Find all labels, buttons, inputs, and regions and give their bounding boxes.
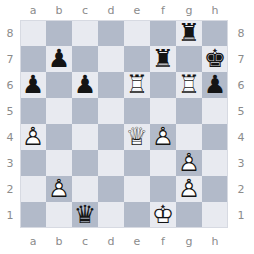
file-label-top-h: h bbox=[202, 0, 228, 20]
rank-label-left-6: 6 bbox=[0, 72, 20, 98]
black-pawn[interactable]: ♟ bbox=[22, 72, 44, 98]
rank-label-right-5: 5 bbox=[228, 98, 254, 124]
white-rook[interactable]: ♖ bbox=[178, 72, 200, 98]
rank-label-left-1: 1 bbox=[0, 202, 20, 228]
square-b8[interactable] bbox=[46, 20, 72, 46]
square-c1[interactable]: ♛ bbox=[72, 202, 98, 228]
rank-label-right-2: 2 bbox=[228, 176, 254, 202]
square-h8[interactable] bbox=[202, 20, 228, 46]
rank-label-right-7: 7 bbox=[228, 46, 254, 72]
square-b3[interactable] bbox=[46, 150, 72, 176]
rank-label-left-4: 4 bbox=[0, 124, 20, 150]
black-pawn[interactable]: ♟ bbox=[74, 72, 96, 98]
white-queen[interactable]: ♕ bbox=[126, 124, 148, 150]
square-d1[interactable] bbox=[98, 202, 124, 228]
rank-label-right-8: 8 bbox=[228, 20, 254, 46]
file-label-top-e: e bbox=[124, 0, 150, 20]
file-label-bottom-b: b bbox=[46, 228, 72, 254]
black-rook[interactable]: ♜ bbox=[178, 20, 200, 46]
board-corner-spacer bbox=[228, 0, 254, 20]
rank-label-left-7: 7 bbox=[0, 46, 20, 72]
square-a8[interactable] bbox=[20, 20, 46, 46]
square-b7[interactable]: ♟ bbox=[46, 46, 72, 72]
square-c8[interactable] bbox=[72, 20, 98, 46]
rank-label-left-5: 5 bbox=[0, 98, 20, 124]
square-e8[interactable] bbox=[124, 20, 150, 46]
square-c3[interactable] bbox=[72, 150, 98, 176]
file-label-top-f: f bbox=[150, 0, 176, 20]
square-b6[interactable] bbox=[46, 72, 72, 98]
square-e1[interactable] bbox=[124, 202, 150, 228]
file-label-top-g: g bbox=[176, 0, 202, 20]
file-label-top-a: a bbox=[20, 0, 46, 20]
file-label-bottom-e: e bbox=[124, 228, 150, 254]
black-pawn[interactable]: ♟ bbox=[204, 72, 226, 98]
square-f4[interactable]: ♙ bbox=[150, 124, 176, 150]
square-b5[interactable] bbox=[46, 98, 72, 124]
square-h2[interactable] bbox=[202, 176, 228, 202]
black-pawn[interactable]: ♟ bbox=[48, 46, 70, 72]
square-g4[interactable] bbox=[176, 124, 202, 150]
square-e7[interactable] bbox=[124, 46, 150, 72]
square-b2[interactable]: ♙ bbox=[46, 176, 72, 202]
chess-board: abcdefgh8♜87♟♜♚76♟♟♖♖♟6554♙♕♙43♙32♙♙21♛♔… bbox=[0, 0, 254, 254]
square-g6[interactable]: ♖ bbox=[176, 72, 202, 98]
square-a1[interactable] bbox=[20, 202, 46, 228]
square-e2[interactable] bbox=[124, 176, 150, 202]
white-king[interactable]: ♔ bbox=[152, 202, 174, 228]
square-f8[interactable] bbox=[150, 20, 176, 46]
rank-label-right-4: 4 bbox=[228, 124, 254, 150]
square-a2[interactable] bbox=[20, 176, 46, 202]
square-d3[interactable] bbox=[98, 150, 124, 176]
board-corner-spacer bbox=[0, 228, 20, 254]
file-label-bottom-g: g bbox=[176, 228, 202, 254]
square-c2[interactable] bbox=[72, 176, 98, 202]
white-rook[interactable]: ♖ bbox=[126, 72, 148, 98]
square-a7[interactable] bbox=[20, 46, 46, 72]
square-g2[interactable]: ♙ bbox=[176, 176, 202, 202]
square-c7[interactable] bbox=[72, 46, 98, 72]
square-f5[interactable] bbox=[150, 98, 176, 124]
black-king[interactable]: ♚ bbox=[204, 46, 226, 72]
square-a5[interactable] bbox=[20, 98, 46, 124]
square-b1[interactable] bbox=[46, 202, 72, 228]
chess-diagram: abcdefgh8♜87♟♜♚76♟♟♖♖♟6554♙♕♙43♙32♙♙21♛♔… bbox=[0, 0, 254, 254]
square-d8[interactable] bbox=[98, 20, 124, 46]
square-d4[interactable] bbox=[98, 124, 124, 150]
rank-label-right-1: 1 bbox=[228, 202, 254, 228]
rank-label-left-3: 3 bbox=[0, 150, 20, 176]
board-corner-spacer bbox=[228, 228, 254, 254]
square-h5[interactable] bbox=[202, 98, 228, 124]
file-label-top-b: b bbox=[46, 0, 72, 20]
square-g3[interactable]: ♙ bbox=[176, 150, 202, 176]
rank-label-right-6: 6 bbox=[228, 72, 254, 98]
board-corner-spacer bbox=[0, 0, 20, 20]
square-h3[interactable] bbox=[202, 150, 228, 176]
rank-label-left-2: 2 bbox=[0, 176, 20, 202]
white-pawn[interactable]: ♙ bbox=[178, 150, 200, 176]
square-a4[interactable]: ♙ bbox=[20, 124, 46, 150]
file-label-bottom-a: a bbox=[20, 228, 46, 254]
square-h6[interactable]: ♟ bbox=[202, 72, 228, 98]
square-g1[interactable] bbox=[176, 202, 202, 228]
file-label-bottom-c: c bbox=[72, 228, 98, 254]
square-c6[interactable]: ♟ bbox=[72, 72, 98, 98]
white-pawn[interactable]: ♙ bbox=[152, 124, 174, 150]
square-h4[interactable] bbox=[202, 124, 228, 150]
file-label-bottom-d: d bbox=[98, 228, 124, 254]
square-h7[interactable]: ♚ bbox=[202, 46, 228, 72]
black-rook[interactable]: ♜ bbox=[152, 46, 174, 72]
black-queen[interactable]: ♛ bbox=[74, 202, 96, 228]
square-f7[interactable]: ♜ bbox=[150, 46, 176, 72]
square-b4[interactable] bbox=[46, 124, 72, 150]
square-h1[interactable] bbox=[202, 202, 228, 228]
white-pawn[interactable]: ♙ bbox=[178, 176, 200, 202]
square-g8[interactable]: ♜ bbox=[176, 20, 202, 46]
square-c4[interactable] bbox=[72, 124, 98, 150]
rank-label-left-8: 8 bbox=[0, 20, 20, 46]
file-label-bottom-h: h bbox=[202, 228, 228, 254]
white-pawn[interactable]: ♙ bbox=[48, 176, 70, 202]
square-f2[interactable] bbox=[150, 176, 176, 202]
square-f3[interactable] bbox=[150, 150, 176, 176]
square-a6[interactable]: ♟ bbox=[20, 72, 46, 98]
square-f6[interactable] bbox=[150, 72, 176, 98]
square-a3[interactable] bbox=[20, 150, 46, 176]
square-f1[interactable]: ♔ bbox=[150, 202, 176, 228]
square-c5[interactable] bbox=[72, 98, 98, 124]
square-e6[interactable]: ♖ bbox=[124, 72, 150, 98]
square-e3[interactable] bbox=[124, 150, 150, 176]
white-pawn[interactable]: ♙ bbox=[22, 124, 44, 150]
file-label-top-c: c bbox=[72, 0, 98, 20]
square-d6[interactable] bbox=[98, 72, 124, 98]
square-g5[interactable] bbox=[176, 98, 202, 124]
square-e4[interactable]: ♕ bbox=[124, 124, 150, 150]
square-d2[interactable] bbox=[98, 176, 124, 202]
square-d5[interactable] bbox=[98, 98, 124, 124]
file-label-top-d: d bbox=[98, 0, 124, 20]
square-g7[interactable] bbox=[176, 46, 202, 72]
rank-label-right-3: 3 bbox=[228, 150, 254, 176]
file-label-bottom-f: f bbox=[150, 228, 176, 254]
square-e5[interactable] bbox=[124, 98, 150, 124]
square-d7[interactable] bbox=[98, 46, 124, 72]
